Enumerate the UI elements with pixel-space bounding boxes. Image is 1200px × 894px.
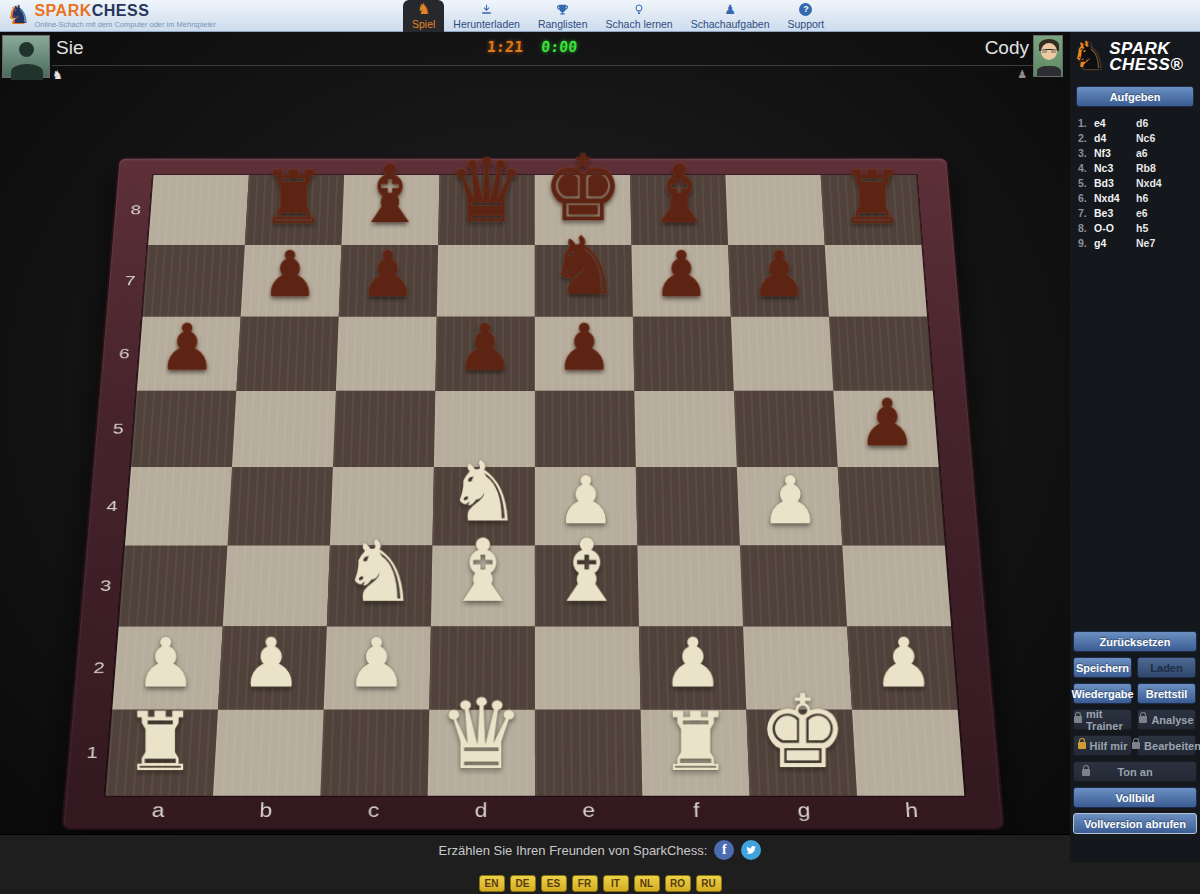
- language-es[interactable]: ES: [541, 875, 567, 892]
- file-labels: abcdefgh: [103, 796, 966, 825]
- tab-schach-lernen[interactable]: Schach lernen: [597, 0, 682, 32]
- square-e3[interactable]: ♝: [535, 546, 639, 627]
- square-a3[interactable]: [119, 546, 228, 627]
- footer: Erzählen Sie Ihren Freunden von SparkChe…: [0, 834, 1200, 894]
- tab-label: Schachaufgaben: [691, 18, 770, 30]
- move-row-7[interactable]: 7.Be3e6: [1078, 205, 1200, 220]
- button-label: Bearbeiten: [1144, 740, 1200, 752]
- white-move: Nxd4: [1094, 192, 1136, 204]
- white-pawn-f2[interactable]: ♟: [640, 629, 745, 697]
- square-h1[interactable]: [852, 710, 964, 796]
- pawn-icon: ♟: [724, 2, 736, 17]
- square-g3[interactable]: [740, 546, 847, 627]
- move-number: 3.: [1078, 147, 1094, 159]
- square-b3[interactable]: [223, 546, 330, 627]
- white-knight-c3[interactable]: ♞: [327, 530, 431, 615]
- rank-label-2: 2: [82, 626, 116, 709]
- rank-label-8: 8: [120, 175, 150, 245]
- avatar-body: [1037, 66, 1061, 77]
- square-f7[interactable]: ♟: [631, 245, 730, 317]
- square-e6[interactable]: ♟: [535, 317, 635, 391]
- sparkchess-logo[interactable]: ♞ SPARKCHESS Online-Schach mit dem Compu…: [8, 2, 216, 29]
- lock-icon: [1074, 716, 1082, 723]
- move-number: 6.: [1078, 192, 1094, 204]
- white-pawn-b2[interactable]: ♟: [219, 629, 324, 697]
- help-icon: ?: [799, 2, 812, 17]
- square-c3[interactable]: ♞: [327, 546, 433, 627]
- white-move: Be3: [1094, 207, 1136, 219]
- square-h3[interactable]: [842, 546, 951, 627]
- knight-icon: ♞: [417, 2, 430, 17]
- board-grid: ♜♝♛♚♝♜♟♟♞♟♟♟♟♟♟♞♟♟♞♝♝♟♟♟♟♟♜♛♜♚: [106, 175, 965, 796]
- white-pawn-a2[interactable]: ♟: [113, 629, 218, 697]
- language-fr[interactable]: FR: [572, 875, 598, 892]
- square-d3[interactable]: ♝: [431, 546, 535, 627]
- black-rook-h8[interactable]: ♜: [824, 161, 920, 234]
- board-frame: 87654321 ♜♝♛♚♝♜♟♟♞♟♟♟♟♟♟♞♟♟♞♝♝♟♟♟♟♟♜♛♜♚ …: [61, 157, 1005, 830]
- sidebar: ♞ SPARK CHESS® Aufgeben 1.e4d62.d4Nc63.N…: [1070, 32, 1200, 862]
- avatar-glasses: [1042, 49, 1056, 53]
- black-player-name: Cody: [985, 37, 1029, 59]
- black-rook-b8[interactable]: ♜: [245, 161, 341, 234]
- tab-support[interactable]: ? Support: [779, 0, 834, 32]
- board-scene: 87654321 ♜♝♛♚♝♜♟♟♞♟♟♟♟♟♟♞♟♟♞♝♝♟♟♟♟♟♜♛♜♚ …: [28, 80, 1038, 834]
- analysis-button[interactable]: Analyse: [1137, 709, 1196, 730]
- move-row-8[interactable]: 8.O-Oh5: [1078, 220, 1200, 235]
- square-b2[interactable]: ♟: [218, 626, 327, 709]
- sidebar-knight-icon: ♞: [1074, 37, 1106, 77]
- white-rook-f1[interactable]: ♜: [642, 702, 749, 783]
- square-h7[interactable]: [825, 245, 927, 317]
- twitter-icon[interactable]: [741, 840, 761, 860]
- square-h5[interactable]: ♟: [833, 391, 938, 467]
- language-de[interactable]: DE: [510, 875, 536, 892]
- game-clocks: 1:21 0:00: [486, 38, 578, 56]
- white-player-avatar: [2, 35, 50, 78]
- language-en[interactable]: EN: [479, 875, 505, 892]
- save-button[interactable]: Speichern: [1073, 657, 1132, 678]
- tab-label: Support: [788, 18, 825, 30]
- white-bishop-e3[interactable]: ♝: [535, 528, 639, 615]
- square-h8[interactable]: ♜: [821, 175, 922, 245]
- square-b1[interactable]: [213, 710, 324, 796]
- move-number: 4.: [1078, 162, 1094, 174]
- rank-label-6: 6: [108, 317, 140, 391]
- language-row: ENDEESFRITNLRORU: [0, 875, 1200, 892]
- black-pawn-c7[interactable]: ♟: [339, 243, 437, 306]
- white-move: O-O: [1094, 222, 1136, 234]
- black-move: a6: [1136, 147, 1148, 159]
- file-label-e: e: [535, 796, 643, 825]
- black-move: h6: [1136, 192, 1148, 204]
- black-move: Nc6: [1136, 132, 1155, 144]
- white-move: Bd3: [1094, 177, 1136, 189]
- button-label: Ton an: [1117, 766, 1152, 778]
- chess-board-3d: 87654321 ♜♝♛♚♝♜♟♟♞♟♟♟♟♟♟♞♟♟♞♝♝♟♟♟♟♟♜♛♜♚ …: [61, 157, 1005, 830]
- button-label: Zurücksetzen: [1100, 636, 1171, 648]
- file-label-b: b: [211, 796, 320, 825]
- reset-button[interactable]: Zurücksetzen: [1073, 631, 1197, 652]
- white-move: d4: [1094, 132, 1136, 144]
- move-number: 2.: [1078, 132, 1094, 144]
- button-label: Laden: [1150, 662, 1182, 674]
- square-c5[interactable]: [333, 391, 435, 467]
- black-move: Rb8: [1136, 162, 1156, 174]
- black-pawn-d6[interactable]: ♟: [436, 315, 535, 379]
- black-move: Nxd4: [1136, 177, 1162, 189]
- square-g8[interactable]: [725, 175, 824, 245]
- tab-label: Spiel: [412, 18, 435, 30]
- brand-chess: CHESS: [92, 2, 150, 19]
- white-side-knight-icon: ♞: [52, 68, 63, 82]
- square-c2[interactable]: ♟: [324, 626, 431, 709]
- language-nl[interactable]: NL: [634, 875, 660, 892]
- share-text: Erzählen Sie Ihren Freunden von SparkChe…: [439, 843, 708, 858]
- move-number: 7.: [1078, 207, 1094, 219]
- facebook-icon[interactable]: f: [714, 840, 734, 860]
- white-bishop-d3[interactable]: ♝: [431, 528, 535, 615]
- square-g4[interactable]: ♟: [737, 467, 843, 545]
- square-d6[interactable]: ♟: [435, 317, 534, 391]
- square-f6[interactable]: [633, 317, 734, 391]
- square-a5[interactable]: [131, 391, 236, 467]
- white-move: g4: [1094, 237, 1136, 249]
- move-row-6[interactable]: 6.Nxd4h6: [1078, 190, 1200, 205]
- white-pawn-g4[interactable]: ♟: [739, 467, 841, 533]
- black-side-pawn-icon: ♟: [1017, 68, 1027, 81]
- black-queen-d8[interactable]: ♛: [438, 147, 534, 235]
- square-a8[interactable]: [148, 175, 249, 245]
- square-g1[interactable]: ♚: [746, 710, 857, 796]
- board-style-button[interactable]: Brettstil: [1137, 683, 1196, 704]
- tab-herunterladen[interactable]: Herunterladen: [444, 0, 529, 32]
- top-navigation: ♞ SPARKCHESS Online-Schach mit dem Compu…: [0, 0, 1200, 32]
- lock-icon: [1082, 769, 1090, 776]
- square-b8[interactable]: ♜: [245, 175, 344, 245]
- button-label: Vollversion abrufen: [1084, 818, 1186, 830]
- black-knight-e7[interactable]: ♞: [535, 226, 633, 306]
- black-pawn-e6[interactable]: ♟: [535, 315, 634, 379]
- square-d8[interactable]: ♛: [438, 175, 535, 245]
- square-b5[interactable]: [232, 391, 336, 467]
- square-g6[interactable]: [731, 317, 833, 391]
- move-number: 9.: [1078, 237, 1094, 249]
- square-h6[interactable]: [829, 317, 933, 391]
- square-c1[interactable]: [320, 710, 429, 796]
- help-me-button[interactable]: Hilf mir: [1073, 735, 1132, 756]
- sidebar-logo: ♞ SPARK CHESS®: [1070, 32, 1200, 82]
- black-pawn-a6[interactable]: ♟: [138, 315, 237, 379]
- rank-label-1: 1: [75, 710, 110, 796]
- game-area: Sie ♞ 1:21 0:00 Cody ♟ 87654321 ♜♝♛♚♝♜♟♟…: [0, 32, 1070, 834]
- square-b7[interactable]: ♟: [241, 245, 342, 317]
- white-move: Nf3: [1094, 147, 1136, 159]
- rank-label-4: 4: [96, 467, 129, 545]
- button-label: Speichern: [1076, 662, 1129, 674]
- move-row-5[interactable]: 5.Bd3Nxd4: [1078, 175, 1200, 190]
- file-label-h: h: [857, 796, 967, 825]
- square-a1[interactable]: ♜: [106, 710, 218, 796]
- file-label-f: f: [642, 796, 750, 825]
- square-b6[interactable]: [236, 317, 338, 391]
- with-trainer-button[interactable]: mit Trainer: [1073, 709, 1132, 730]
- lightbulb-icon: [633, 2, 645, 17]
- rank-label-7: 7: [114, 245, 145, 317]
- black-pawn-g7[interactable]: ♟: [730, 243, 828, 306]
- square-d7[interactable]: [437, 245, 535, 317]
- white-pawn-h2[interactable]: ♟: [851, 629, 956, 697]
- move-row-2[interactable]: 2.d4Nc6: [1078, 130, 1200, 145]
- file-label-d: d: [427, 796, 535, 825]
- white-rook-a1[interactable]: ♜: [107, 702, 214, 783]
- square-f8[interactable]: ♝: [630, 175, 728, 245]
- sidebar-button-panel: ZurücksetzenSpeichernLadenWiedergabeBret…: [1070, 631, 1200, 834]
- tab-spiel[interactable]: ♞ Spiel: [403, 0, 444, 32]
- square-g7[interactable]: ♟: [728, 245, 829, 317]
- move-number: 5.: [1078, 177, 1094, 189]
- lock-icon: [1139, 716, 1147, 723]
- fullscreen-button[interactable]: Vollbild: [1073, 787, 1197, 808]
- square-g5[interactable]: [734, 391, 838, 467]
- button-label: Hilf mir: [1090, 740, 1128, 752]
- file-label-c: c: [319, 796, 427, 825]
- button-label: Brettstil: [1146, 688, 1188, 700]
- edit-button[interactable]: Bearbeiten: [1137, 735, 1196, 756]
- white-clock: 1:21: [486, 38, 524, 56]
- white-move: Nc3: [1094, 162, 1136, 174]
- sidebar-brand-chess: CHESS®: [1109, 57, 1183, 73]
- move-list: 1.e4d62.d4Nc63.Nf3a64.Nc3Rb85.Bd3Nxd46.N…: [1070, 109, 1200, 655]
- logo-knight-icon: ♞: [8, 2, 30, 28]
- replay-button[interactable]: Wiedergabe: [1073, 683, 1132, 704]
- tab-schachaufgaben[interactable]: ♟ Schachaufgaben: [682, 0, 779, 32]
- square-b4[interactable]: [227, 467, 332, 545]
- trophy-icon: [556, 2, 569, 17]
- tab-ranglisten[interactable]: Ranglisten: [529, 0, 597, 32]
- player-bar: Sie ♞ 1:21 0:00 Cody ♟: [0, 34, 1065, 80]
- white-pawn-c2[interactable]: ♟: [324, 629, 429, 697]
- square-e1[interactable]: [535, 710, 642, 796]
- lock-icon: [1132, 742, 1140, 749]
- move-row-1[interactable]: 1.e4d6: [1078, 115, 1200, 130]
- language-it[interactable]: IT: [603, 875, 629, 892]
- get-full-version-button[interactable]: Vollversion abrufen: [1073, 813, 1197, 834]
- share-row: Erzählen Sie Ihren Freunden von SparkChe…: [0, 840, 1200, 860]
- white-player-name: Sie: [56, 37, 83, 59]
- square-e5[interactable]: [535, 391, 636, 467]
- move-number: 1.: [1078, 117, 1094, 129]
- black-player-avatar: [1033, 35, 1063, 77]
- black-move: d6: [1136, 117, 1148, 129]
- tab-label: Herunterladen: [453, 18, 520, 30]
- button-label: Vollbild: [1116, 792, 1155, 804]
- language-ru[interactable]: RU: [696, 875, 722, 892]
- square-e7[interactable]: ♞: [535, 245, 633, 317]
- move-row-3[interactable]: 3.Nf3a6: [1078, 145, 1200, 160]
- tab-label: Schach lernen: [606, 18, 673, 30]
- square-f4[interactable]: [636, 467, 740, 545]
- black-clock: 0:00: [540, 38, 578, 56]
- square-f3[interactable]: [637, 546, 743, 627]
- square-c8[interactable]: ♝: [341, 175, 439, 245]
- lock-icon: [1078, 742, 1086, 749]
- move-row-4[interactable]: 4.Nc3Rb8: [1078, 160, 1200, 175]
- black-pawn-h5[interactable]: ♟: [837, 390, 938, 455]
- square-e2[interactable]: [535, 626, 641, 709]
- file-label-a: a: [103, 796, 213, 825]
- tagline: Online-Schach mit dem Computer oder im M…: [34, 20, 215, 29]
- button-label: Wiedergabe: [1071, 688, 1133, 700]
- sound-toggle-button[interactable]: Ton an: [1073, 761, 1197, 782]
- square-f1[interactable]: ♜: [641, 710, 750, 796]
- load-button[interactable]: Laden: [1137, 657, 1196, 678]
- brand-spark: SPARK: [34, 2, 91, 19]
- black-pawn-f7[interactable]: ♟: [633, 243, 731, 306]
- rank-label-3: 3: [89, 546, 122, 627]
- button-label: mit Trainer: [1086, 708, 1131, 732]
- square-f5[interactable]: [634, 391, 736, 467]
- square-a6[interactable]: ♟: [137, 317, 241, 391]
- black-move: Ne7: [1136, 237, 1155, 249]
- square-c6[interactable]: [336, 317, 437, 391]
- square-d1[interactable]: ♛: [428, 710, 535, 796]
- black-pawn-b7[interactable]: ♟: [241, 243, 339, 306]
- square-h2[interactable]: ♟: [847, 626, 958, 709]
- black-move: h5: [1136, 222, 1148, 234]
- language-ro[interactable]: RO: [665, 875, 691, 892]
- button-label: Analyse: [1151, 714, 1193, 726]
- move-row-9[interactable]: 9.g4Ne7: [1078, 235, 1200, 250]
- file-label-g: g: [750, 796, 859, 825]
- white-queen-d1[interactable]: ♛: [428, 686, 535, 783]
- white-king-g1[interactable]: ♚: [749, 682, 856, 783]
- square-h4[interactable]: [838, 467, 945, 545]
- rank-label-5: 5: [102, 391, 134, 467]
- resign-button[interactable]: Aufgeben: [1076, 86, 1194, 107]
- tab-label: Ranglisten: [538, 18, 588, 30]
- white-move: e4: [1094, 117, 1136, 129]
- square-a4[interactable]: [125, 467, 232, 545]
- player-bar-divider: [52, 65, 1057, 66]
- square-c7[interactable]: ♟: [339, 245, 438, 317]
- nav-items: ♞ Spiel Herunterladen Ranglisten Schach …: [403, 0, 833, 32]
- move-number: 8.: [1078, 222, 1094, 234]
- black-move: e6: [1136, 207, 1148, 219]
- download-icon: [480, 2, 493, 17]
- black-bishop-f8[interactable]: ♝: [631, 154, 727, 234]
- square-a7[interactable]: [143, 245, 245, 317]
- black-bishop-c8[interactable]: ♝: [342, 154, 438, 234]
